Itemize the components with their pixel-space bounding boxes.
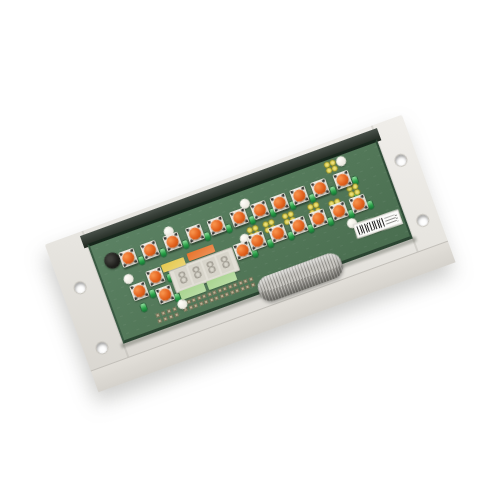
button-cap — [292, 187, 307, 202]
button-cap — [311, 210, 326, 225]
button-cap — [121, 250, 136, 265]
solder-pad — [204, 299, 209, 304]
solder-pad — [193, 303, 198, 308]
barcode-label — [353, 209, 403, 238]
solder-pad — [232, 282, 237, 287]
button-cap — [142, 242, 157, 257]
push-button — [129, 280, 150, 301]
solder-pad — [224, 291, 229, 296]
button-cap — [252, 202, 267, 217]
solder-pad — [217, 288, 222, 293]
barcode-text — [385, 213, 400, 224]
solder-pad — [248, 276, 253, 281]
solder-pad — [188, 305, 193, 310]
mounting-hole — [415, 213, 429, 227]
solder-pad — [212, 290, 217, 295]
green-led — [159, 248, 166, 257]
button-cap — [232, 209, 247, 224]
button-cap — [312, 180, 327, 195]
solder-pad — [196, 295, 201, 300]
solder-pad — [163, 316, 168, 321]
button-cap — [331, 203, 346, 218]
solder-pad — [240, 286, 245, 291]
barcode-stripes — [357, 218, 385, 234]
mounting-hole — [94, 340, 108, 354]
mounting-bracket: 8888 — [45, 114, 455, 391]
button-cap — [291, 218, 306, 233]
pcb-surface: 8888 — [90, 142, 410, 340]
button-cap — [132, 283, 147, 298]
solder-pad — [214, 295, 219, 300]
solder-pad — [157, 318, 162, 323]
green-led — [182, 240, 189, 249]
solder-pad — [161, 310, 166, 315]
solder-pad — [198, 301, 203, 306]
solder-pad — [174, 312, 179, 317]
solder-pad — [172, 306, 177, 311]
push-button — [155, 284, 176, 305]
solder-pad — [222, 286, 227, 291]
solder-pad — [219, 293, 224, 298]
solder-pad — [238, 280, 243, 285]
push-button — [229, 207, 250, 228]
solder-pad — [169, 314, 174, 319]
green-led — [140, 303, 147, 312]
solder-pad — [229, 289, 234, 294]
mounting-hole — [72, 280, 86, 294]
button-cap — [351, 196, 366, 211]
solder-pad — [250, 282, 255, 287]
button-cap — [165, 234, 180, 249]
solder-pad — [245, 284, 250, 289]
push-button — [118, 247, 139, 268]
push-button — [140, 239, 161, 260]
push-button — [185, 223, 206, 244]
green-led — [329, 186, 336, 195]
button-cap — [250, 233, 265, 248]
mounting-hole — [393, 152, 407, 166]
button-cap — [148, 269, 163, 284]
product-photo: 8888 — [0, 0, 500, 500]
white-led-cap — [122, 272, 135, 285]
button-cap — [157, 286, 172, 301]
solder-pad — [227, 284, 232, 289]
button-cap — [235, 242, 250, 257]
button-cap — [335, 172, 350, 187]
button-cap — [272, 195, 287, 210]
button-cap — [209, 218, 224, 233]
button-cap — [270, 225, 285, 240]
control-board-assembly: 8888 — [45, 114, 455, 391]
solder-pad — [191, 297, 196, 302]
solder-pad — [209, 297, 214, 302]
push-button — [206, 215, 227, 236]
solder-pad — [155, 312, 160, 317]
solder-pad — [207, 291, 212, 296]
solder-pad — [201, 293, 206, 298]
solder-pad — [243, 278, 248, 283]
solder-pad — [166, 308, 171, 313]
solder-pad — [235, 288, 240, 293]
button-cap — [187, 225, 202, 240]
